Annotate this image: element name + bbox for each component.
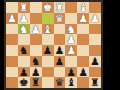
square-e8[interactable] [42, 77, 54, 88]
black-pawn-f7: ♟ [31, 66, 40, 77]
square-d6[interactable]: ♟ [54, 56, 66, 67]
square-g6[interactable] [18, 56, 30, 67]
square-a2[interactable]: ♟ [89, 13, 101, 24]
black-pawn-a6: ♟ [90, 55, 99, 66]
square-h2[interactable]: ♟ [6, 13, 18, 24]
square-g8[interactable]: ♚ [18, 77, 30, 88]
square-b3[interactable] [77, 24, 89, 35]
square-c6[interactable] [65, 56, 77, 67]
square-g1[interactable]: ♜ [18, 2, 30, 13]
chess-board[interactable]: ♜♚♜♝♟♟♛♟♟♞♟♝♞♟♞♟♟♟♞♟♟♟♟♟♟♚♜♛♝♜ [6, 2, 101, 88]
white-knight-g3: ♞ [19, 23, 28, 34]
black-pawn-g7: ♟ [19, 66, 28, 77]
chess-board-frame: ♜♚♜♝♟♟♛♟♟♞♟♝♞♟♞♟♟♟♞♟♟♟♟♟♟♚♜♛♝♜ [4, 0, 103, 90]
square-b4[interactable] [77, 34, 89, 45]
white-knight-c3: ♞ [67, 23, 76, 34]
square-e5[interactable]: ♟ [42, 45, 54, 56]
square-f3[interactable]: ♟ [30, 24, 42, 35]
square-d1[interactable]: ♜ [54, 2, 66, 13]
white-pawn-c5: ♟ [67, 45, 76, 56]
square-g7[interactable]: ♟ [18, 67, 30, 78]
letterbox-right [103, 0, 120, 90]
square-d8[interactable]: ♛ [54, 77, 66, 88]
white-pawn-a2: ♟ [90, 12, 99, 23]
square-b1[interactable]: ♝ [77, 2, 89, 13]
square-a5[interactable] [89, 45, 101, 56]
square-h5[interactable] [6, 45, 18, 56]
square-b8[interactable] [77, 77, 89, 88]
square-a1[interactable] [89, 2, 101, 13]
square-d7[interactable] [54, 67, 66, 78]
white-king-e1: ♚ [43, 2, 52, 13]
square-f5[interactable] [30, 45, 42, 56]
square-c8[interactable]: ♝ [65, 77, 77, 88]
square-c2[interactable] [65, 13, 77, 24]
black-bishop-c8: ♝ [67, 77, 76, 88]
square-b2[interactable]: ♟ [77, 13, 89, 24]
white-bishop-b1: ♝ [78, 2, 87, 13]
square-c4[interactable]: ♟ [65, 34, 77, 45]
square-g3[interactable]: ♞ [18, 24, 30, 35]
square-g5[interactable]: ♞ [18, 45, 30, 56]
black-queen-d8: ♛ [55, 77, 64, 88]
square-a8[interactable]: ♜ [89, 77, 101, 88]
white-queen-d2: ♛ [55, 12, 64, 23]
black-knight-f6: ♞ [31, 55, 40, 66]
square-b7[interactable]: ♟ [77, 67, 89, 78]
square-h4[interactable] [6, 34, 18, 45]
square-a4[interactable] [89, 34, 101, 45]
black-pawn-e5: ♟ [43, 45, 52, 56]
black-pawn-c7: ♟ [67, 66, 76, 77]
square-f2[interactable] [30, 13, 42, 24]
square-c3[interactable]: ♞ [65, 24, 77, 35]
square-b5[interactable] [77, 45, 89, 56]
white-pawn-b2: ♟ [78, 12, 87, 23]
square-c7[interactable]: ♟ [65, 67, 77, 78]
square-e6[interactable] [42, 56, 54, 67]
square-h6[interactable] [6, 56, 18, 67]
square-e1[interactable]: ♚ [42, 2, 54, 13]
black-king-g8: ♚ [19, 77, 28, 88]
square-h1[interactable] [6, 2, 18, 13]
square-f6[interactable]: ♞ [30, 56, 42, 67]
square-a6[interactable]: ♟ [89, 56, 101, 67]
square-a3[interactable] [89, 24, 101, 35]
black-rook-a8: ♜ [90, 77, 99, 88]
square-g2[interactable]: ♟ [18, 13, 30, 24]
white-pawn-g2: ♟ [19, 12, 28, 23]
white-rook-d1: ♜ [55, 2, 64, 13]
square-g4[interactable] [18, 34, 30, 45]
white-pawn-f3: ♟ [31, 23, 40, 34]
square-h7[interactable] [6, 67, 18, 78]
square-f1[interactable] [30, 2, 42, 13]
square-f7[interactable]: ♟ [30, 67, 42, 78]
black-pawn-d5: ♟ [55, 45, 64, 56]
black-rook-f8: ♜ [31, 77, 40, 88]
square-c1[interactable] [65, 2, 77, 13]
square-e7[interactable] [42, 67, 54, 78]
square-e3[interactable]: ♝ [42, 24, 54, 35]
square-f8[interactable]: ♜ [30, 77, 42, 88]
square-d4[interactable] [54, 34, 66, 45]
black-knight-g5: ♞ [19, 45, 28, 56]
square-f4[interactable] [30, 34, 42, 45]
square-d5[interactable]: ♟ [54, 45, 66, 56]
square-b6[interactable] [77, 56, 89, 67]
white-pawn-h2: ♟ [7, 12, 16, 23]
square-c5[interactable]: ♟ [65, 45, 77, 56]
white-bishop-e3: ♝ [43, 23, 52, 34]
square-h3[interactable] [6, 24, 18, 35]
square-a7[interactable] [89, 67, 101, 78]
square-e2[interactable] [42, 13, 54, 24]
black-pawn-b7: ♟ [78, 66, 87, 77]
video-frame: ♜♚♜♝♟♟♛♟♟♞♟♝♞♟♞♟♟♟♞♟♟♟♟♟♟♚♜♛♝♜ [0, 0, 120, 90]
black-pawn-d6: ♟ [55, 55, 64, 66]
square-h8[interactable] [6, 77, 18, 88]
square-d2[interactable]: ♛ [54, 13, 66, 24]
white-rook-g1: ♜ [19, 2, 28, 13]
white-pawn-c4: ♟ [67, 34, 76, 45]
square-d3[interactable] [54, 24, 66, 35]
square-e4[interactable] [42, 34, 54, 45]
